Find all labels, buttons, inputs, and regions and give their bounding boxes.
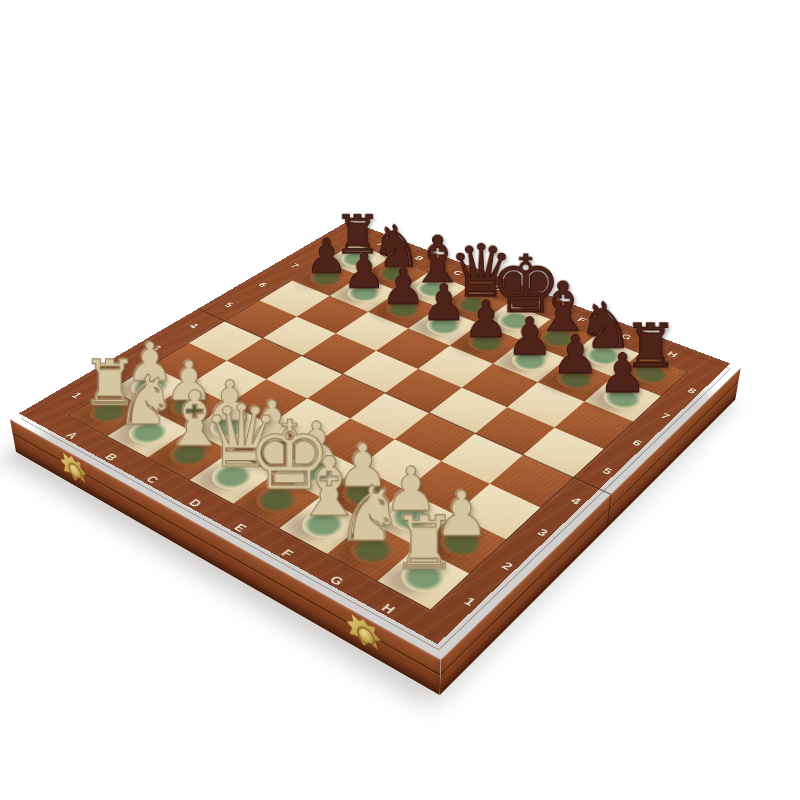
scene: ♜♞♝♛♚♝♞♜♟♟♟♟♟♟♟♟♟♟♟♟♟♟♟♟♜♞♝♛♚♝♞♜ ABCDEFG…: [0, 0, 800, 800]
board-top: ♜♞♝♛♚♝♞♜♟♟♟♟♟♟♟♟♟♟♟♟♟♟♟♟♜♞♝♛♚♝♞♜ ABCDEFG…: [10, 221, 741, 660]
square-h7: ♟: [584, 377, 660, 422]
board-squares: ♜♞♝♛♚♝♞♜♟♟♟♟♟♟♟♟♟♟♟♟♟♟♟♟♜♞♝♛♚♝♞♜: [69, 243, 687, 609]
white-rook-h1: ♜: [391, 509, 456, 577]
square-h1: ♜: [378, 547, 470, 610]
chess-set-product-photo: ♜♞♝♛♚♝♞♜♟♟♟♟♟♟♟♟♟♟♟♟♟♟♟♟♜♞♝♛♚♝♞♜ ABCDEFG…: [0, 0, 800, 800]
brass-clasp-medallion: [67, 459, 83, 482]
chess-board-box: ♜♞♝♛♚♝♞♜♟♟♟♟♟♟♟♟♟♟♟♟♟♟♟♟♜♞♝♛♚♝♞♜ ABCDEFG…: [10, 221, 741, 660]
brass-clasp-medallion: [356, 622, 374, 649]
black-pawn-h7: ♟: [595, 349, 650, 399]
